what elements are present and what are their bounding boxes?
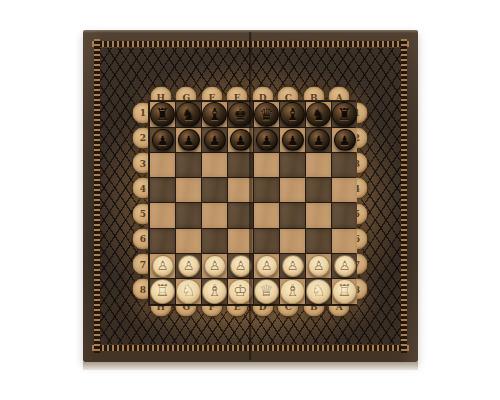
piece-white-pawn: ♙: [178, 255, 200, 277]
chess-box: HGFEDCBAHGFEDCBA1234567812345678 ♜♞♝♚♛♝♞…: [83, 30, 418, 362]
piece-black-bishop: ♝: [280, 102, 305, 127]
square: [176, 229, 201, 253]
square: [280, 229, 305, 253]
square: [254, 178, 279, 202]
box-bottom-edge: [83, 362, 418, 370]
piece-white-rook: ♖: [332, 279, 357, 304]
square: ♟: [280, 128, 305, 152]
square: ♙: [280, 254, 305, 278]
square: ♙: [150, 254, 175, 278]
square: [306, 153, 331, 177]
piece-white-pawn: ♙: [308, 255, 330, 277]
square: ♟: [306, 128, 331, 152]
square: [306, 178, 331, 202]
square: ♜: [332, 102, 357, 127]
square: [202, 229, 227, 253]
square: ♛: [254, 102, 279, 127]
piece-white-queen: ♕: [254, 279, 279, 304]
square: ♝: [202, 102, 227, 127]
square: [150, 203, 175, 227]
square: [280, 203, 305, 227]
square: ♘: [176, 279, 201, 304]
square: [150, 229, 175, 253]
center-fold-seam: [249, 32, 252, 360]
square: ♗: [280, 279, 305, 304]
piece-black-rook: ♜: [332, 102, 357, 127]
piece-white-rook: ♖: [150, 279, 175, 304]
square: ♙: [202, 254, 227, 278]
square: ♙: [306, 254, 331, 278]
piece-black-bishop: ♝: [202, 102, 227, 127]
square: [280, 178, 305, 202]
chess-board: ♜♞♝♚♛♝♞♜♟♟♟♟♟♟♟♟♙♙♙♙♙♙♙♙♖♘♗♔♕♗♘♖: [148, 100, 356, 306]
square: ♙: [332, 254, 357, 278]
dentil-border-right: [401, 39, 407, 353]
piece-white-bishop: ♗: [280, 279, 305, 304]
piece-white-pawn: ♙: [204, 255, 226, 277]
piece-black-pawn: ♟: [204, 129, 226, 151]
square: [202, 203, 227, 227]
square: [306, 229, 331, 253]
square: ♙: [176, 254, 201, 278]
piece-black-pawn: ♟: [256, 129, 278, 151]
piece-white-pawn: ♙: [282, 255, 304, 277]
piece-white-pawn: ♙: [152, 255, 174, 277]
square: ♙: [254, 254, 279, 278]
square: [306, 203, 331, 227]
square: [150, 153, 175, 177]
piece-white-knight: ♘: [176, 279, 201, 304]
square: [332, 153, 357, 177]
piece-black-pawn: ♟: [308, 129, 330, 151]
square: [150, 178, 175, 202]
square: [176, 153, 201, 177]
piece-black-pawn: ♟: [152, 129, 174, 151]
square: [280, 153, 305, 177]
square: ♖: [150, 279, 175, 304]
square: ♟: [150, 128, 175, 152]
piece-black-knight: ♞: [306, 102, 331, 127]
square: [332, 203, 357, 227]
piece-black-rook: ♜: [150, 102, 175, 127]
square: ♞: [176, 102, 201, 127]
square: [202, 153, 227, 177]
square: ♜: [150, 102, 175, 127]
square: ♘: [306, 279, 331, 304]
square: [254, 153, 279, 177]
square: [176, 178, 201, 202]
square: ♟: [332, 128, 357, 152]
square: ♝: [280, 102, 305, 127]
square: [332, 229, 357, 253]
square: [176, 203, 201, 227]
piece-white-bishop: ♗: [202, 279, 227, 304]
square: ♗: [202, 279, 227, 304]
piece-white-knight: ♘: [306, 279, 331, 304]
square: ♟: [202, 128, 227, 152]
square: [254, 229, 279, 253]
square: ♕: [254, 279, 279, 304]
square: [332, 178, 357, 202]
square: [202, 178, 227, 202]
piece-white-pawn: ♙: [256, 255, 278, 277]
square: ♟: [254, 128, 279, 152]
piece-black-pawn: ♟: [178, 129, 200, 151]
piece-white-pawn: ♙: [334, 255, 356, 277]
square: ♖: [332, 279, 357, 304]
piece-black-queen: ♛: [254, 102, 279, 127]
piece-black-pawn: ♟: [282, 129, 304, 151]
piece-black-knight: ♞: [176, 102, 201, 127]
square: ♞: [306, 102, 331, 127]
square: ♟: [176, 128, 201, 152]
product-photo: HGFEDCBAHGFEDCBA1234567812345678 ♜♞♝♚♛♝♞…: [0, 0, 500, 400]
piece-black-pawn: ♟: [334, 129, 356, 151]
square: [254, 203, 279, 227]
